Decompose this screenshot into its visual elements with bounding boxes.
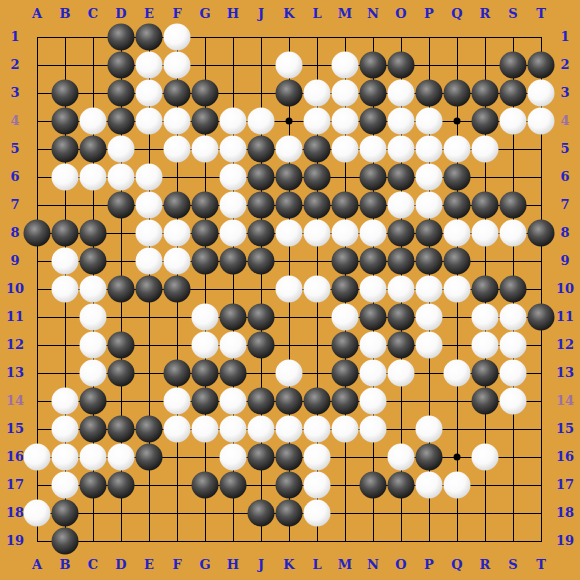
stone-white-F1 <box>164 24 191 51</box>
stone-black-P3 <box>416 80 443 107</box>
stone-white-F5 <box>164 136 191 163</box>
stone-white-P11 <box>416 304 443 331</box>
stone-white-D6 <box>108 164 135 191</box>
stone-white-K15 <box>276 416 303 443</box>
stone-black-D10 <box>108 276 135 303</box>
row-label-right-6: 6 <box>560 170 569 184</box>
row-label-right-10: 10 <box>556 282 574 296</box>
stone-black-M13 <box>332 360 359 387</box>
stone-white-P4 <box>416 108 443 135</box>
col-label-bottom-P: P <box>424 558 434 572</box>
stone-white-P6 <box>416 164 443 191</box>
stone-black-N9 <box>360 248 387 275</box>
stone-black-T2 <box>528 52 555 79</box>
stone-white-K2 <box>276 52 303 79</box>
row-label-left-1: 1 <box>10 30 19 44</box>
stone-black-K16 <box>276 444 303 471</box>
col-label-top-R: R <box>480 7 491 21</box>
col-label-top-M: M <box>338 7 352 21</box>
col-label-top-T: T <box>536 7 546 21</box>
stone-white-J15 <box>248 416 275 443</box>
col-label-top-G: G <box>199 7 210 21</box>
stone-black-H17 <box>220 472 247 499</box>
stone-white-E3 <box>136 80 163 107</box>
stone-black-R14 <box>472 388 499 415</box>
stone-white-T3 <box>528 80 555 107</box>
stone-white-M15 <box>332 416 359 443</box>
col-label-bottom-E: E <box>144 558 154 572</box>
stone-black-J12 <box>248 332 275 359</box>
stone-black-S2 <box>500 52 527 79</box>
col-label-bottom-S: S <box>508 558 517 572</box>
col-label-bottom-J: J <box>258 558 264 572</box>
stone-black-D4 <box>108 108 135 135</box>
hoshi-Q16 <box>454 454 461 461</box>
stone-black-N11 <box>360 304 387 331</box>
row-label-right-4: 4 <box>560 114 569 128</box>
stone-white-M3 <box>332 80 359 107</box>
stone-white-E4 <box>136 108 163 135</box>
stone-black-K3 <box>276 80 303 107</box>
stone-white-N5 <box>360 136 387 163</box>
stone-white-F8 <box>164 220 191 247</box>
stone-black-D15 <box>108 416 135 443</box>
stone-black-G13 <box>192 360 219 387</box>
stone-black-N3 <box>360 80 387 107</box>
stone-black-B8 <box>52 220 79 247</box>
stone-white-O10 <box>388 276 415 303</box>
stone-white-H16 <box>220 444 247 471</box>
stone-black-L14 <box>304 388 331 415</box>
stone-white-L4 <box>304 108 331 135</box>
row-label-left-12: 12 <box>6 338 24 352</box>
stone-white-P5 <box>416 136 443 163</box>
stone-black-J9 <box>248 248 275 275</box>
stone-white-H4 <box>220 108 247 135</box>
stone-black-S7 <box>500 192 527 219</box>
stone-black-R3 <box>472 80 499 107</box>
stone-white-C11 <box>80 304 107 331</box>
stone-white-K5 <box>276 136 303 163</box>
row-label-right-19: 19 <box>556 534 574 548</box>
row-label-right-8: 8 <box>560 226 569 240</box>
stone-white-F2 <box>164 52 191 79</box>
hoshi-K4 <box>286 118 293 125</box>
go-board[interactable]: AABBCCDDEEFFGGHHJJKKLLMMNNOOPPQQRRSSTT11… <box>0 0 580 580</box>
stone-black-F7 <box>164 192 191 219</box>
row-label-left-13: 13 <box>6 366 24 380</box>
stone-white-M11 <box>332 304 359 331</box>
col-label-bottom-B: B <box>60 558 71 572</box>
stone-white-B10 <box>52 276 79 303</box>
col-label-bottom-R: R <box>480 558 491 572</box>
stone-white-R8 <box>472 220 499 247</box>
stone-black-N4 <box>360 108 387 135</box>
stone-black-O2 <box>388 52 415 79</box>
col-label-top-S: S <box>508 7 517 21</box>
stone-white-Q17 <box>444 472 471 499</box>
stone-white-B6 <box>52 164 79 191</box>
col-label-top-C: C <box>88 7 98 21</box>
stone-black-K6 <box>276 164 303 191</box>
col-label-top-B: B <box>60 7 71 21</box>
stone-white-O13 <box>388 360 415 387</box>
stone-black-G17 <box>192 472 219 499</box>
stone-white-H5 <box>220 136 247 163</box>
stone-white-E2 <box>136 52 163 79</box>
stone-black-D1 <box>108 24 135 51</box>
stone-black-Q9 <box>444 248 471 275</box>
stone-black-G9 <box>192 248 219 275</box>
stone-white-G15 <box>192 416 219 443</box>
stone-white-L15 <box>304 416 331 443</box>
row-label-left-16: 16 <box>6 450 24 464</box>
stone-black-H13 <box>220 360 247 387</box>
stone-white-T4 <box>528 108 555 135</box>
stone-black-L7 <box>304 192 331 219</box>
row-label-right-7: 7 <box>560 198 569 212</box>
stone-black-O11 <box>388 304 415 331</box>
stone-white-J4 <box>248 108 275 135</box>
stone-white-O16 <box>388 444 415 471</box>
stone-white-O7 <box>388 192 415 219</box>
stone-white-M4 <box>332 108 359 135</box>
row-label-right-3: 3 <box>560 86 569 100</box>
stone-white-M5 <box>332 136 359 163</box>
stone-white-N14 <box>360 388 387 415</box>
stone-black-N2 <box>360 52 387 79</box>
row-label-left-3: 3 <box>10 86 19 100</box>
stone-black-A8 <box>24 220 51 247</box>
col-label-top-K: K <box>283 7 294 21</box>
stone-white-E7 <box>136 192 163 219</box>
stone-black-B4 <box>52 108 79 135</box>
stone-black-D2 <box>108 52 135 79</box>
stone-white-H15 <box>220 416 247 443</box>
stone-black-D12 <box>108 332 135 359</box>
col-label-bottom-H: H <box>227 558 239 572</box>
stone-black-P16 <box>416 444 443 471</box>
row-label-left-9: 9 <box>10 254 19 268</box>
stone-white-G11 <box>192 304 219 331</box>
stone-black-N6 <box>360 164 387 191</box>
col-label-top-L: L <box>312 7 321 21</box>
stone-black-G14 <box>192 388 219 415</box>
stone-white-L16 <box>304 444 331 471</box>
row-label-right-12: 12 <box>556 338 574 352</box>
stone-white-K8 <box>276 220 303 247</box>
stone-white-M8 <box>332 220 359 247</box>
row-label-left-15: 15 <box>6 422 24 436</box>
stone-black-K17 <box>276 472 303 499</box>
stone-white-S11 <box>500 304 527 331</box>
stone-black-O8 <box>388 220 415 247</box>
stone-white-P10 <box>416 276 443 303</box>
stone-white-O5 <box>388 136 415 163</box>
stone-black-Q3 <box>444 80 471 107</box>
stone-black-J5 <box>248 136 275 163</box>
stone-white-N8 <box>360 220 387 247</box>
stone-white-R11 <box>472 304 499 331</box>
row-label-right-16: 16 <box>556 450 574 464</box>
stone-black-C9 <box>80 248 107 275</box>
stone-white-F4 <box>164 108 191 135</box>
stone-black-C8 <box>80 220 107 247</box>
stone-black-E16 <box>136 444 163 471</box>
col-label-top-E: E <box>144 7 154 21</box>
stone-black-O12 <box>388 332 415 359</box>
stone-black-E1 <box>136 24 163 51</box>
row-label-left-8: 8 <box>10 226 19 240</box>
stone-black-P8 <box>416 220 443 247</box>
stone-black-F10 <box>164 276 191 303</box>
stone-black-C5 <box>80 136 107 163</box>
stone-black-R10 <box>472 276 499 303</box>
stone-black-K14 <box>276 388 303 415</box>
stone-white-C13 <box>80 360 107 387</box>
row-label-left-11: 11 <box>6 310 24 324</box>
row-label-left-7: 7 <box>10 198 19 212</box>
stone-white-N10 <box>360 276 387 303</box>
stone-black-P9 <box>416 248 443 275</box>
stone-black-J7 <box>248 192 275 219</box>
stone-white-R16 <box>472 444 499 471</box>
stone-black-D13 <box>108 360 135 387</box>
stone-white-F15 <box>164 416 191 443</box>
col-label-bottom-F: F <box>172 558 181 572</box>
stone-black-S10 <box>500 276 527 303</box>
stone-white-P7 <box>416 192 443 219</box>
stone-white-L8 <box>304 220 331 247</box>
row-label-left-5: 5 <box>10 142 19 156</box>
stone-white-Q10 <box>444 276 471 303</box>
col-label-top-A: A <box>32 7 42 21</box>
stone-black-K7 <box>276 192 303 219</box>
stone-white-M2 <box>332 52 359 79</box>
stone-white-C10 <box>80 276 107 303</box>
row-label-left-6: 6 <box>10 170 19 184</box>
stone-black-E15 <box>136 416 163 443</box>
stone-black-G3 <box>192 80 219 107</box>
stone-white-D16 <box>108 444 135 471</box>
hoshi-Q4 <box>454 118 461 125</box>
stone-black-D7 <box>108 192 135 219</box>
col-label-bottom-N: N <box>367 558 379 572</box>
stone-white-F14 <box>164 388 191 415</box>
col-label-top-Q: Q <box>451 7 462 21</box>
stone-black-K18 <box>276 500 303 527</box>
col-label-bottom-G: G <box>199 558 210 572</box>
row-label-right-14: 14 <box>556 394 574 408</box>
col-label-bottom-T: T <box>536 558 546 572</box>
stone-black-B19 <box>52 528 79 555</box>
stone-black-J8 <box>248 220 275 247</box>
stone-white-G5 <box>192 136 219 163</box>
stone-black-L6 <box>304 164 331 191</box>
stone-white-H7 <box>220 192 247 219</box>
col-label-bottom-C: C <box>88 558 98 572</box>
col-label-bottom-O: O <box>395 558 406 572</box>
stone-white-K13 <box>276 360 303 387</box>
row-label-right-11: 11 <box>556 310 574 324</box>
col-label-top-D: D <box>115 7 126 21</box>
stone-black-Q7 <box>444 192 471 219</box>
stone-white-O3 <box>388 80 415 107</box>
col-label-top-O: O <box>395 7 406 21</box>
stone-black-H11 <box>220 304 247 331</box>
col-label-top-P: P <box>424 7 434 21</box>
stone-white-P17 <box>416 472 443 499</box>
stone-white-S8 <box>500 220 527 247</box>
row-label-right-1: 1 <box>560 30 569 44</box>
stone-black-R7 <box>472 192 499 219</box>
stone-black-B18 <box>52 500 79 527</box>
stone-black-J11 <box>248 304 275 331</box>
stone-black-L5 <box>304 136 331 163</box>
stone-white-N13 <box>360 360 387 387</box>
row-label-right-5: 5 <box>560 142 569 156</box>
stone-black-B5 <box>52 136 79 163</box>
stone-white-C4 <box>80 108 107 135</box>
row-label-right-17: 17 <box>556 478 574 492</box>
row-label-left-10: 10 <box>6 282 24 296</box>
row-label-left-4: 4 <box>10 114 19 128</box>
stone-white-L18 <box>304 500 331 527</box>
stone-black-Q6 <box>444 164 471 191</box>
row-label-right-18: 18 <box>556 506 574 520</box>
stone-black-G7 <box>192 192 219 219</box>
stone-black-J14 <box>248 388 275 415</box>
row-label-left-19: 19 <box>6 534 24 548</box>
stone-black-E10 <box>136 276 163 303</box>
stone-white-B15 <box>52 416 79 443</box>
stone-white-L17 <box>304 472 331 499</box>
stone-white-R12 <box>472 332 499 359</box>
stone-white-H8 <box>220 220 247 247</box>
stone-black-D3 <box>108 80 135 107</box>
col-label-top-F: F <box>172 7 181 21</box>
stone-white-H6 <box>220 164 247 191</box>
stone-white-L3 <box>304 80 331 107</box>
stone-white-P12 <box>416 332 443 359</box>
stone-black-J16 <box>248 444 275 471</box>
col-label-bottom-L: L <box>312 558 321 572</box>
stone-black-H9 <box>220 248 247 275</box>
stone-black-G4 <box>192 108 219 135</box>
stone-black-J18 <box>248 500 275 527</box>
stone-black-R4 <box>472 108 499 135</box>
row-label-right-9: 9 <box>560 254 569 268</box>
stone-white-B17 <box>52 472 79 499</box>
stone-white-H14 <box>220 388 247 415</box>
stone-black-M7 <box>332 192 359 219</box>
stone-white-C16 <box>80 444 107 471</box>
stone-white-L10 <box>304 276 331 303</box>
col-label-bottom-M: M <box>338 558 352 572</box>
stone-black-T8 <box>528 220 555 247</box>
stone-white-R5 <box>472 136 499 163</box>
stone-white-B16 <box>52 444 79 471</box>
stone-white-P15 <box>416 416 443 443</box>
stone-black-B3 <box>52 80 79 107</box>
stone-white-E8 <box>136 220 163 247</box>
stone-white-N15 <box>360 416 387 443</box>
stone-white-S12 <box>500 332 527 359</box>
stone-white-Q5 <box>444 136 471 163</box>
row-label-left-14: 14 <box>6 394 24 408</box>
stone-black-M10 <box>332 276 359 303</box>
col-label-top-H: H <box>227 7 239 21</box>
stone-black-C15 <box>80 416 107 443</box>
row-label-right-15: 15 <box>556 422 574 436</box>
stone-white-E6 <box>136 164 163 191</box>
stone-black-N17 <box>360 472 387 499</box>
stone-black-G8 <box>192 220 219 247</box>
stone-white-C6 <box>80 164 107 191</box>
stone-black-D17 <box>108 472 135 499</box>
stone-black-R13 <box>472 360 499 387</box>
stone-black-N7 <box>360 192 387 219</box>
stone-white-O4 <box>388 108 415 135</box>
stone-white-F9 <box>164 248 191 275</box>
stone-black-O6 <box>388 164 415 191</box>
stone-black-C14 <box>80 388 107 415</box>
stone-white-Q8 <box>444 220 471 247</box>
col-label-bottom-A: A <box>32 558 42 572</box>
row-label-left-17: 17 <box>6 478 24 492</box>
col-label-bottom-K: K <box>283 558 294 572</box>
row-label-right-2: 2 <box>560 58 569 72</box>
stone-white-H12 <box>220 332 247 359</box>
stone-white-B9 <box>52 248 79 275</box>
stone-white-B14 <box>52 388 79 415</box>
col-label-top-N: N <box>367 7 379 21</box>
stone-white-S4 <box>500 108 527 135</box>
stone-white-E9 <box>136 248 163 275</box>
stone-white-K10 <box>276 276 303 303</box>
stone-white-G12 <box>192 332 219 359</box>
stone-black-O17 <box>388 472 415 499</box>
stone-white-D5 <box>108 136 135 163</box>
stone-black-O9 <box>388 248 415 275</box>
col-label-top-J: J <box>258 7 264 21</box>
stone-black-C17 <box>80 472 107 499</box>
stone-white-S13 <box>500 360 527 387</box>
stone-black-S3 <box>500 80 527 107</box>
col-label-bottom-Q: Q <box>451 558 462 572</box>
stone-black-M14 <box>332 388 359 415</box>
stone-white-A16 <box>24 444 51 471</box>
stone-white-S14 <box>500 388 527 415</box>
stone-black-M12 <box>332 332 359 359</box>
stone-black-M9 <box>332 248 359 275</box>
stone-black-F13 <box>164 360 191 387</box>
stone-black-T11 <box>528 304 555 331</box>
stone-white-Q13 <box>444 360 471 387</box>
row-label-left-2: 2 <box>10 58 19 72</box>
row-label-right-13: 13 <box>556 366 574 380</box>
stone-white-C12 <box>80 332 107 359</box>
stone-white-N12 <box>360 332 387 359</box>
stone-black-J6 <box>248 164 275 191</box>
row-label-left-18: 18 <box>6 506 24 520</box>
col-label-bottom-D: D <box>115 558 126 572</box>
stone-black-F3 <box>164 80 191 107</box>
stone-white-A18 <box>24 500 51 527</box>
